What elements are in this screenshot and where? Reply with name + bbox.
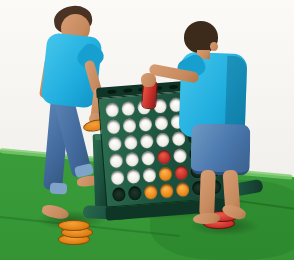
empty-hole: [127, 185, 141, 200]
orange-loose-disc[interactable]: [58, 220, 90, 231]
board-cell-c2-r4[interactable]: [123, 150, 140, 168]
empty-hole: [105, 102, 119, 117]
empty-hole: [122, 118, 136, 133]
orange-disc[interactable]: [158, 166, 172, 181]
empty-hole: [125, 152, 139, 167]
empty-hole: [106, 119, 120, 134]
empty-hole: [139, 133, 153, 148]
empty-hole: [107, 136, 121, 151]
right-boy-left-leg: [199, 170, 216, 217]
orange-disc[interactable]: [143, 184, 157, 199]
board-cell-c2-r5[interactable]: [124, 167, 141, 185]
board-cell-c3-r5[interactable]: [140, 166, 157, 184]
empty-hole: [126, 168, 140, 183]
board-cell-c5-r5[interactable]: [172, 163, 189, 181]
empty-hole: [110, 170, 124, 185]
board-cell-c1-r5[interactable]: [108, 168, 125, 186]
board-cell-c4-r3[interactable]: [154, 130, 171, 148]
right-boy-denim-shorts: [191, 123, 251, 175]
right-boy-ear: [210, 42, 218, 51]
board-cell-c4-r5[interactable]: [156, 164, 173, 182]
board-cell-c2-r6[interactable]: [126, 184, 143, 202]
empty-hole: [121, 101, 135, 116]
empty-hole: [155, 132, 169, 147]
empty-hole: [141, 150, 155, 165]
empty-hole: [172, 148, 186, 163]
board-cell-c5-r4[interactable]: [171, 146, 188, 164]
board-cell-c1-r6[interactable]: [110, 185, 127, 203]
board-cell-c3-r3[interactable]: [138, 132, 155, 150]
orange-disc[interactable]: [175, 182, 189, 197]
scene: [0, 0, 294, 260]
drop-slot-5[interactable]: [169, 85, 178, 90]
red-disc[interactable]: [174, 165, 188, 180]
drop-slot-1[interactable]: [107, 89, 116, 94]
board-cell-c3-r2[interactable]: [136, 115, 153, 133]
red-disc[interactable]: [157, 149, 171, 164]
board-cell-c2-r2[interactable]: [120, 116, 137, 134]
board-cell-c4-r4[interactable]: [155, 147, 172, 165]
board-cell-c1-r4[interactable]: [107, 151, 124, 169]
board-cell-c1-r1[interactable]: [103, 100, 120, 118]
board-cell-c5-r6[interactable]: [174, 180, 191, 198]
empty-hole: [154, 115, 168, 130]
empty-hole: [138, 116, 152, 131]
board-cell-c1-r2[interactable]: [104, 117, 121, 135]
empty-hole: [123, 135, 137, 150]
empty-hole: [109, 153, 123, 168]
orange-disc[interactable]: [159, 183, 173, 198]
board-cell-c2-r1[interactable]: [119, 99, 136, 117]
board-cell-c2-r3[interactable]: [122, 133, 139, 151]
empty-hole: [111, 187, 125, 202]
right-boy-hand: [141, 73, 156, 87]
drop-slot-2[interactable]: [123, 88, 132, 93]
left-boy-rolled-cuff: [50, 182, 68, 194]
board-cell-c4-r6[interactable]: [158, 181, 175, 199]
board-cell-c4-r2[interactable]: [152, 113, 169, 131]
board-cell-c1-r3[interactable]: [106, 134, 123, 152]
empty-hole: [142, 167, 156, 182]
board-cell-c3-r4[interactable]: [139, 149, 156, 167]
board-cell-c3-r6[interactable]: [142, 183, 159, 201]
